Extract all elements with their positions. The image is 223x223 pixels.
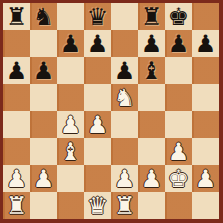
white-knight-icon: ♞ [114,86,136,110]
square-h6[interactable] [192,57,219,84]
black-knight-icon: ♞ [33,5,55,29]
square-c6[interactable] [57,57,84,84]
square-a2[interactable]: ♟ [3,165,30,192]
square-g2[interactable]: ♚ [165,165,192,192]
square-c3[interactable]: ♝ [57,138,84,165]
square-f3[interactable] [138,138,165,165]
square-g1[interactable] [165,192,192,219]
black-queen-icon: ♛ [87,5,109,29]
square-d1[interactable]: ♛ [84,192,111,219]
black-pawn-icon: ♟ [87,32,109,56]
square-f6[interactable]: ♝ [138,57,165,84]
square-b6[interactable]: ♟ [30,57,57,84]
white-pawn-icon: ♟ [168,140,190,164]
square-a1[interactable]: ♜ [3,192,30,219]
square-c7[interactable]: ♟ [57,30,84,57]
square-g8[interactable]: ♚ [165,3,192,30]
white-pawn-icon: ♟ [114,167,136,191]
black-rook-icon: ♜ [141,5,163,29]
square-g3[interactable]: ♟ [165,138,192,165]
square-a5[interactable] [3,84,30,111]
square-f2[interactable]: ♟ [138,165,165,192]
square-d2[interactable] [84,165,111,192]
white-pawn-icon: ♟ [141,167,163,191]
black-pawn-icon: ♟ [168,32,190,56]
square-b8[interactable]: ♞ [30,3,57,30]
white-pawn-icon: ♟ [6,167,28,191]
square-e3[interactable] [111,138,138,165]
square-d7[interactable]: ♟ [84,30,111,57]
square-e5[interactable]: ♞ [111,84,138,111]
white-bishop-icon: ♝ [60,140,82,164]
square-b5[interactable] [30,84,57,111]
white-pawn-icon: ♟ [33,167,55,191]
square-d8[interactable]: ♛ [84,3,111,30]
square-f5[interactable] [138,84,165,111]
square-a4[interactable] [3,111,30,138]
black-bishop-icon: ♝ [141,59,163,83]
square-a6[interactable]: ♟ [3,57,30,84]
square-c8[interactable] [57,3,84,30]
square-d3[interactable] [84,138,111,165]
chess-board: ♜♞♛♜♚♟♟♟♟♟♟♟♟♝♞♟♟♝♟♟♟♟♟♚♟♜♛♜ [3,3,219,219]
white-king-icon: ♚ [168,167,190,191]
square-h8[interactable] [192,3,219,30]
square-f4[interactable] [138,111,165,138]
black-pawn-icon: ♟ [60,32,82,56]
square-h5[interactable] [192,84,219,111]
square-b1[interactable] [30,192,57,219]
square-a7[interactable] [3,30,30,57]
chess-board-frame: ♜♞♛♜♚♟♟♟♟♟♟♟♟♝♞♟♟♝♟♟♟♟♟♚♟♜♛♜ [0,0,223,223]
square-a8[interactable]: ♜ [3,3,30,30]
square-g4[interactable] [165,111,192,138]
square-c1[interactable] [57,192,84,219]
square-e6[interactable]: ♟ [111,57,138,84]
square-h1[interactable] [192,192,219,219]
square-f8[interactable]: ♜ [138,3,165,30]
black-pawn-icon: ♟ [141,32,163,56]
white-queen-icon: ♛ [87,194,109,218]
square-e7[interactable] [111,30,138,57]
white-pawn-icon: ♟ [87,113,109,137]
black-rook-icon: ♜ [6,5,28,29]
square-g6[interactable] [165,57,192,84]
square-f1[interactable] [138,192,165,219]
square-h3[interactable] [192,138,219,165]
black-pawn-icon: ♟ [114,59,136,83]
square-c4[interactable]: ♟ [57,111,84,138]
square-b7[interactable] [30,30,57,57]
square-b4[interactable] [30,111,57,138]
square-e2[interactable]: ♟ [111,165,138,192]
square-g7[interactable]: ♟ [165,30,192,57]
white-rook-icon: ♜ [6,194,28,218]
black-pawn-icon: ♟ [195,32,217,56]
square-h7[interactable]: ♟ [192,30,219,57]
white-pawn-icon: ♟ [195,167,217,191]
square-b2[interactable]: ♟ [30,165,57,192]
square-d6[interactable] [84,57,111,84]
square-e4[interactable] [111,111,138,138]
square-e1[interactable]: ♜ [111,192,138,219]
square-h2[interactable]: ♟ [192,165,219,192]
white-pawn-icon: ♟ [60,113,82,137]
square-b3[interactable] [30,138,57,165]
square-f7[interactable]: ♟ [138,30,165,57]
square-c2[interactable] [57,165,84,192]
square-e8[interactable] [111,3,138,30]
black-king-icon: ♚ [168,5,190,29]
square-a3[interactable] [3,138,30,165]
square-d5[interactable] [84,84,111,111]
square-g5[interactable] [165,84,192,111]
black-pawn-icon: ♟ [6,59,28,83]
black-pawn-icon: ♟ [33,59,55,83]
square-h4[interactable] [192,111,219,138]
white-rook-icon: ♜ [114,194,136,218]
square-c5[interactable] [57,84,84,111]
square-d4[interactable]: ♟ [84,111,111,138]
